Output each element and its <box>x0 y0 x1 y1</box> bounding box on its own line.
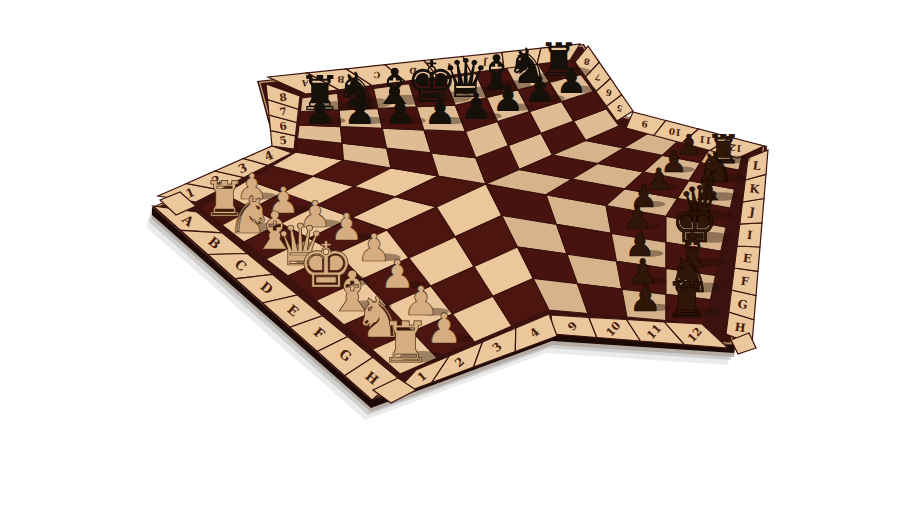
three-player-chess-render: ABCDEFGH12345678ABCDIJKL87659101112HGFEI… <box>0 0 910 512</box>
piece-black-pawn-j7[interactable]: ♟ <box>492 77 524 120</box>
piece-brown-rook-h12[interactable]: ♜ <box>665 272 709 328</box>
piece-black-pawn-l7[interactable]: ♟ <box>555 60 587 101</box>
piece-black-pawn-b7[interactable]: ♟ <box>344 90 377 133</box>
coord-label-right_files-L: L <box>752 158 762 173</box>
coord-label-right_files-G: G <box>737 297 748 312</box>
piece-white-pawn-h2[interactable]: ♟ <box>426 304 463 353</box>
chess-board-svg: ABCDEFGH12345678ABCDIJKL87659101112HGFEI… <box>0 0 910 512</box>
coord-label-right_files-H: H <box>734 320 747 335</box>
piece-black-pawn-d7[interactable]: ♟ <box>424 90 457 133</box>
piece-white-rook-h1[interactable]: ♜ <box>380 310 430 375</box>
piece-black-pawn-k7[interactable]: ♟ <box>524 69 556 110</box>
piece-black-pawn-a7[interactable]: ♟ <box>303 90 336 133</box>
piece-black-pawn-c7[interactable]: ♟ <box>384 90 417 133</box>
piece-brown-pawn-h11[interactable]: ♟ <box>629 277 662 320</box>
